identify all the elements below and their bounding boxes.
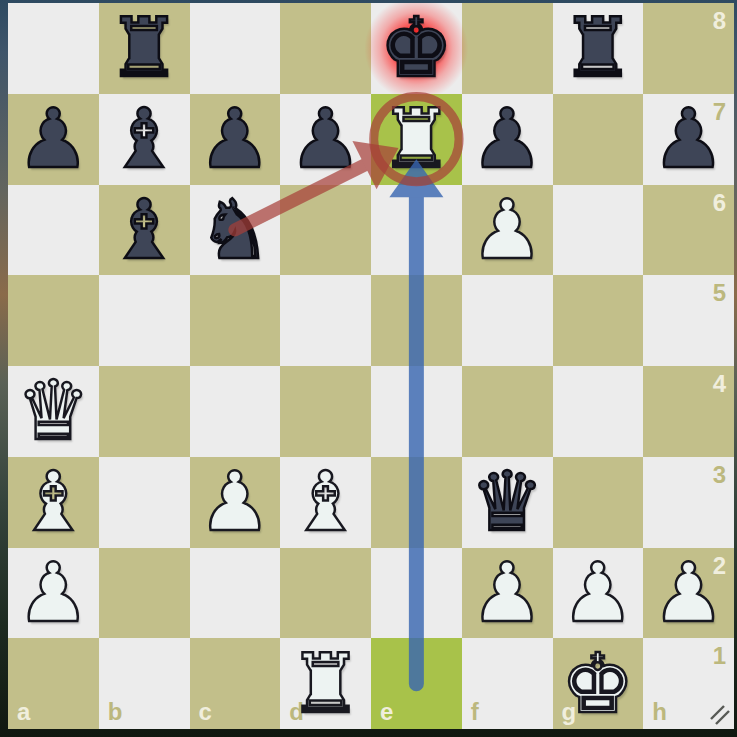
square-d6[interactable] (280, 185, 371, 276)
white-pawn-f6[interactable]: ♟ (462, 185, 553, 276)
square-h8[interactable]: 8 (643, 3, 734, 94)
rank-label-6: 6 (713, 191, 726, 215)
square-d4[interactable] (280, 366, 371, 457)
square-c2[interactable] (190, 548, 281, 639)
rank-label-4: 4 (713, 372, 726, 396)
black-rook-g8[interactable]: ♜ (553, 3, 644, 94)
black-king-e8[interactable]: ♚ (371, 3, 462, 94)
black-pawn-d7[interactable]: ♟ (280, 94, 371, 185)
square-b3[interactable] (99, 457, 190, 548)
chess-board: 8765432abcdefg1h ♜♚♜♟♝♟♟♜♟♟♝♞♟♛♝♟♝♛♟♟♟♟♜… (8, 3, 734, 729)
file-label-e: e (380, 700, 393, 724)
square-e2[interactable] (371, 548, 462, 639)
white-pawn-h2[interactable]: ♟ (643, 548, 734, 639)
file-label-h: h (652, 700, 667, 724)
rank-label-5: 5 (713, 281, 726, 305)
white-pawn-f2[interactable]: ♟ (462, 548, 553, 639)
black-bishop-b7[interactable]: ♝ (99, 94, 190, 185)
board-resize-handle-icon[interactable] (710, 705, 730, 725)
black-knight-c6[interactable]: ♞ (190, 185, 281, 276)
square-b5[interactable] (99, 275, 190, 366)
square-c1[interactable]: c (190, 638, 281, 729)
square-b1[interactable]: b (99, 638, 190, 729)
white-bishop-d3[interactable]: ♝ (280, 457, 371, 548)
square-f4[interactable] (462, 366, 553, 457)
white-queen-a4[interactable]: ♛ (8, 366, 99, 457)
file-label-b: b (108, 700, 123, 724)
square-a8[interactable] (8, 3, 99, 94)
black-bishop-b6[interactable]: ♝ (99, 185, 190, 276)
square-e1[interactable]: e (371, 638, 462, 729)
square-e6[interactable] (371, 185, 462, 276)
rank-label-8: 8 (713, 9, 726, 33)
square-g7[interactable] (553, 94, 644, 185)
white-pawn-a2[interactable]: ♟ (8, 548, 99, 639)
square-h4[interactable]: 4 (643, 366, 734, 457)
square-f5[interactable] (462, 275, 553, 366)
square-d5[interactable] (280, 275, 371, 366)
black-pawn-c7[interactable]: ♟ (190, 94, 281, 185)
white-pawn-c3[interactable]: ♟ (190, 457, 281, 548)
rank-label-1: 1 (713, 644, 726, 668)
square-e4[interactable] (371, 366, 462, 457)
square-h1[interactable]: 1h (643, 638, 734, 729)
square-h3[interactable]: 3 (643, 457, 734, 548)
square-h5[interactable]: 5 (643, 275, 734, 366)
square-g4[interactable] (553, 366, 644, 457)
square-b4[interactable] (99, 366, 190, 457)
file-label-a: a (17, 700, 30, 724)
rank-label-3: 3 (713, 463, 726, 487)
square-f1[interactable]: f (462, 638, 553, 729)
square-c4[interactable] (190, 366, 281, 457)
square-d8[interactable] (280, 3, 371, 94)
square-a1[interactable]: a (8, 638, 99, 729)
square-g6[interactable] (553, 185, 644, 276)
square-a5[interactable] (8, 275, 99, 366)
square-h6[interactable]: 6 (643, 185, 734, 276)
white-king-g1[interactable]: ♚ (553, 638, 644, 729)
square-g5[interactable] (553, 275, 644, 366)
square-f8[interactable] (462, 3, 553, 94)
square-d2[interactable] (280, 548, 371, 639)
square-b2[interactable] (99, 548, 190, 639)
white-bishop-a3[interactable]: ♝ (8, 457, 99, 548)
square-c5[interactable] (190, 275, 281, 366)
white-rook-e7[interactable]: ♜ (371, 94, 462, 185)
square-e3[interactable] (371, 457, 462, 548)
square-e5[interactable] (371, 275, 462, 366)
file-label-c: c (199, 700, 212, 724)
square-c8[interactable] (190, 3, 281, 94)
square-a6[interactable] (8, 185, 99, 276)
file-label-f: f (471, 700, 479, 724)
black-pawn-f7[interactable]: ♟ (462, 94, 553, 185)
page-background: { "game": "chess", "position": { "fen": … (0, 0, 737, 737)
white-pawn-g2[interactable]: ♟ (553, 548, 644, 639)
black-queen-f3[interactable]: ♛ (462, 457, 553, 548)
black-pawn-a7[interactable]: ♟ (8, 94, 99, 185)
square-g3[interactable] (553, 457, 644, 548)
black-rook-b8[interactable]: ♜ (99, 3, 190, 94)
black-pawn-h7[interactable]: ♟ (643, 94, 734, 185)
white-rook-d1[interactable]: ♜ (280, 638, 371, 729)
